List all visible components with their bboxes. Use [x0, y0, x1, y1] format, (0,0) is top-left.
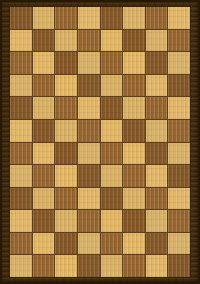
board-square [55, 233, 77, 255]
board-square [101, 233, 123, 255]
board-square [168, 165, 190, 187]
board-square [123, 210, 145, 232]
board-square [168, 255, 190, 277]
board-square [168, 143, 190, 165]
board-square [10, 75, 32, 97]
board-square [146, 255, 168, 277]
board-square [168, 233, 190, 255]
checkerboard [10, 7, 190, 277]
board-square [168, 52, 190, 74]
board-square [101, 255, 123, 277]
board-square [146, 75, 168, 97]
board-square [146, 233, 168, 255]
board-square [33, 165, 55, 187]
board-photo [0, 0, 200, 284]
board-square [146, 120, 168, 142]
board-square [78, 165, 100, 187]
board-square [33, 7, 55, 29]
board-square [10, 210, 32, 232]
board-square [123, 75, 145, 97]
board-square [10, 97, 32, 119]
board-square [168, 188, 190, 210]
board-square [55, 52, 77, 74]
board-square [55, 255, 77, 277]
board-square [146, 165, 168, 187]
board-square [168, 7, 190, 29]
board-square [78, 97, 100, 119]
board-square [10, 143, 32, 165]
board-square [168, 210, 190, 232]
board-square [78, 7, 100, 29]
board-square [10, 255, 32, 277]
board-square [33, 52, 55, 74]
board-square [10, 188, 32, 210]
board-square [33, 233, 55, 255]
board-square [33, 255, 55, 277]
board-square [101, 7, 123, 29]
board-square [55, 165, 77, 187]
board-square [146, 97, 168, 119]
board-square [101, 97, 123, 119]
board-square [123, 30, 145, 52]
board-square [55, 7, 77, 29]
board-square [101, 143, 123, 165]
board-square [55, 188, 77, 210]
board-square [33, 75, 55, 97]
board-square [146, 30, 168, 52]
board-square [123, 143, 145, 165]
board-square [78, 255, 100, 277]
board-square [10, 7, 32, 29]
board-square [101, 210, 123, 232]
board-square [146, 7, 168, 29]
board-square [78, 52, 100, 74]
board-square [78, 210, 100, 232]
board-square [101, 30, 123, 52]
board-square [33, 30, 55, 52]
board-square [168, 30, 190, 52]
board-square [10, 120, 32, 142]
board-square [123, 233, 145, 255]
board-square [55, 97, 77, 119]
board-square [123, 7, 145, 29]
board-square [55, 143, 77, 165]
board-square [78, 75, 100, 97]
board-square [10, 233, 32, 255]
board-square [10, 165, 32, 187]
board-square [55, 30, 77, 52]
board-square [55, 75, 77, 97]
board-square [78, 30, 100, 52]
board-square [33, 143, 55, 165]
board-square [123, 97, 145, 119]
board-square [78, 120, 100, 142]
board-square [101, 120, 123, 142]
board-square [168, 75, 190, 97]
board-square [101, 52, 123, 74]
board-square [101, 188, 123, 210]
board-square [10, 30, 32, 52]
board-square [146, 210, 168, 232]
board-square [123, 188, 145, 210]
board-square [123, 120, 145, 142]
board-square [123, 255, 145, 277]
board-square [123, 165, 145, 187]
board-square [33, 210, 55, 232]
board-square [33, 188, 55, 210]
board-square [78, 188, 100, 210]
board-square [146, 52, 168, 74]
board-square [10, 52, 32, 74]
board-square [101, 165, 123, 187]
board-square [33, 97, 55, 119]
board-square [33, 120, 55, 142]
board-square [123, 52, 145, 74]
board-square [146, 143, 168, 165]
board-square [55, 210, 77, 232]
board-square [168, 97, 190, 119]
board-square [146, 188, 168, 210]
board-square [101, 75, 123, 97]
board-square [168, 120, 190, 142]
board-square [78, 233, 100, 255]
board-square [55, 120, 77, 142]
board-square [78, 143, 100, 165]
